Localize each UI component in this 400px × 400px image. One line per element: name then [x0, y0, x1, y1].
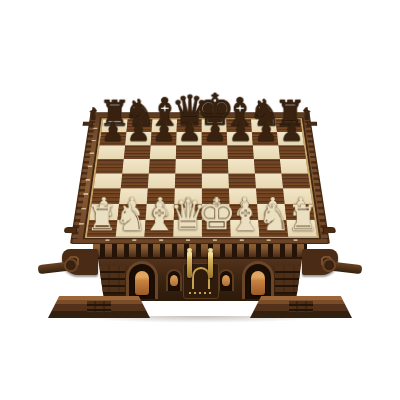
brick-carving-right — [275, 266, 300, 294]
square-b6[interactable] — [124, 145, 151, 159]
carved-figure-left — [135, 271, 149, 295]
piece-black-pawn[interactable]: ♟ — [177, 119, 200, 145]
square-g4[interactable] — [255, 174, 283, 189]
square-f7[interactable]: ♟ — [227, 132, 253, 145]
square-b7[interactable]: ♟ — [125, 132, 151, 145]
cannon-carving-left — [38, 261, 77, 275]
square-e4[interactable] — [202, 174, 229, 189]
square-e5[interactable] — [202, 159, 229, 173]
niche-figure-right — [242, 261, 274, 299]
chessboard: ♜♞♝♛♚♝♞♜♟♟♟♟♟♟♟♟♟♟♟♟♟♟♟♟♜♞♝♛♚♝♞♜ — [87, 119, 317, 237]
square-b5[interactable] — [122, 159, 150, 173]
piece-white-knight[interactable]: ♞ — [257, 200, 290, 237]
foot-brick-left — [87, 301, 111, 312]
square-e1[interactable]: ♚ — [202, 220, 231, 237]
square-h7[interactable]: ♟ — [277, 132, 304, 145]
square-d4[interactable] — [175, 174, 202, 189]
plinth-foot-left — [48, 296, 150, 318]
brass-handle-left[interactable] — [187, 251, 192, 278]
board-frame: ♜♞♝♛♚♝♞♜♟♟♟♟♟♟♟♟♟♟♟♟♟♟♟♟♜♞♝♛♚♝♞♜ — [70, 112, 330, 244]
cannon-carving-right — [324, 261, 363, 275]
piece-black-pawn[interactable]: ♟ — [228, 119, 251, 145]
square-h6[interactable] — [278, 145, 306, 159]
square-g1[interactable]: ♞ — [258, 220, 288, 237]
corner-ornament-top-right — [307, 122, 318, 126]
square-g7[interactable]: ♟ — [252, 132, 279, 145]
brick-carving-left — [100, 266, 125, 294]
dentil-molding — [93, 244, 307, 259]
square-d5[interactable] — [175, 159, 202, 173]
square-e7[interactable]: ♟ — [202, 132, 228, 145]
ground-shadow — [70, 316, 330, 323]
square-h1[interactable]: ♜ — [286, 220, 317, 237]
chess-set-photo: ♜♞♝♛♚♝♞♜♟♟♟♟♟♟♟♟♟♟♟♟♟♟♟♟♜♞♝♛♚♝♞♜ — [0, 0, 400, 400]
square-b4[interactable] — [121, 174, 149, 189]
square-a4[interactable] — [94, 174, 123, 189]
square-g5[interactable] — [254, 159, 282, 173]
square-c4[interactable] — [148, 174, 176, 189]
carved-face-left — [170, 275, 178, 286]
corner-ornament-top-left — [83, 122, 94, 126]
square-f5[interactable] — [228, 159, 255, 173]
square-c6[interactable] — [150, 145, 176, 159]
carved-figure-right — [251, 271, 265, 295]
base-panel — [98, 259, 302, 301]
piece-black-pawn[interactable]: ♟ — [279, 119, 302, 145]
square-a1[interactable]: ♜ — [87, 220, 117, 237]
square-d7[interactable]: ♟ — [176, 132, 202, 145]
square-e6[interactable] — [202, 145, 228, 159]
piece-white-rook[interactable]: ♜ — [85, 201, 117, 237]
piece-black-pawn[interactable]: ♟ — [254, 119, 277, 145]
carved-face-right — [222, 275, 230, 286]
square-d6[interactable] — [176, 145, 202, 159]
piece-black-pawn[interactable]: ♟ — [152, 119, 175, 145]
square-h5[interactable] — [280, 159, 308, 173]
piece-black-pawn[interactable]: ♟ — [101, 119, 124, 145]
face-niche-left — [166, 269, 182, 291]
square-a6[interactable] — [98, 145, 125, 159]
square-h4[interactable] — [281, 174, 310, 189]
square-c7[interactable]: ♟ — [151, 132, 177, 145]
brass-handle-right[interactable] — [208, 251, 213, 278]
square-f1[interactable]: ♝ — [230, 220, 259, 237]
face-niche-right — [218, 269, 234, 291]
piece-black-pawn[interactable]: ♟ — [126, 119, 149, 145]
square-a5[interactable] — [96, 159, 124, 173]
piece-white-rook[interactable]: ♜ — [287, 201, 319, 237]
niche-figure-left — [126, 261, 158, 299]
foot-brick-right — [289, 301, 313, 312]
square-g6[interactable] — [253, 145, 280, 159]
frame-inlay-marks-bottom — [94, 237, 305, 241]
plinth-foot-right — [250, 296, 352, 318]
square-f6[interactable] — [227, 145, 254, 159]
square-c5[interactable] — [149, 159, 176, 173]
square-f4[interactable] — [228, 174, 256, 189]
piece-black-pawn[interactable]: ♟ — [203, 119, 226, 145]
square-a7[interactable]: ♟ — [100, 132, 127, 145]
